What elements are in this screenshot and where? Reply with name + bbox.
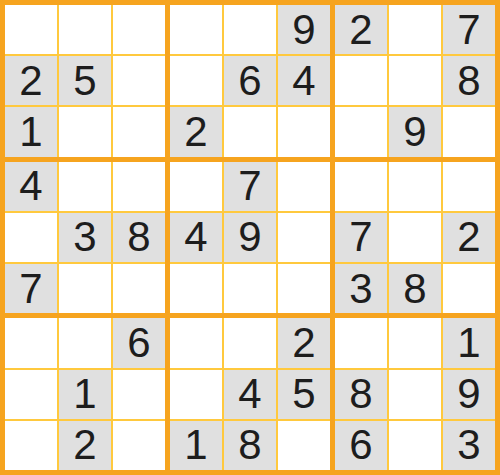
cell-r4-c7[interactable]	[335, 162, 387, 211]
cell-r1-c1[interactable]	[5, 5, 57, 54]
cell-r1-c6: 9	[278, 5, 330, 54]
cell-r5-c9: 2	[443, 213, 495, 262]
cell-r5-c7: 7	[335, 213, 387, 262]
cell-r5-c1[interactable]	[5, 213, 57, 262]
cell-r4-c3[interactable]	[113, 162, 165, 211]
cell-r8-c5: 4	[224, 370, 276, 419]
cell-r3-c7[interactable]	[335, 107, 387, 156]
cell-r5-c4: 4	[170, 213, 222, 262]
cell-r9-c1[interactable]	[5, 421, 57, 470]
cell-r8-c1[interactable]	[5, 370, 57, 419]
cell-r3-c8: 9	[389, 107, 441, 156]
box-3-3: 18963	[335, 318, 495, 470]
cell-r9-c9: 3	[443, 421, 495, 470]
cell-r1-c9: 7	[443, 5, 495, 54]
box-1-1: 251	[5, 5, 165, 157]
cell-r2-c5: 6	[224, 56, 276, 105]
cell-r8-c2: 1	[59, 370, 111, 419]
cell-r2-c1: 2	[5, 56, 57, 105]
cell-r9-c6[interactable]	[278, 421, 330, 470]
cell-r8-c4[interactable]	[170, 370, 222, 419]
box-2-1: 4387	[5, 162, 165, 314]
cell-r5-c3: 8	[113, 213, 165, 262]
sudoku-grid: 25196422789438774972386122451818963	[5, 5, 495, 470]
cell-r7-c3: 6	[113, 318, 165, 367]
cell-r7-c4[interactable]	[170, 318, 222, 367]
cell-r3-c1: 1	[5, 107, 57, 156]
box-3-2: 24518	[170, 318, 330, 470]
cell-r8-c3[interactable]	[113, 370, 165, 419]
cell-r1-c3[interactable]	[113, 5, 165, 54]
cell-r4-c5: 7	[224, 162, 276, 211]
cell-r6-c3[interactable]	[113, 264, 165, 313]
cell-r6-c9[interactable]	[443, 264, 495, 313]
box-1-3: 2789	[335, 5, 495, 157]
cell-r6-c8: 8	[389, 264, 441, 313]
cell-r8-c6: 5	[278, 370, 330, 419]
cell-r9-c8[interactable]	[389, 421, 441, 470]
cell-r6-c1: 7	[5, 264, 57, 313]
cell-r3-c2[interactable]	[59, 107, 111, 156]
cell-r5-c6[interactable]	[278, 213, 330, 262]
cell-r6-c2[interactable]	[59, 264, 111, 313]
box-3-1: 612	[5, 318, 165, 470]
cell-r7-c9: 1	[443, 318, 495, 367]
cell-r2-c8[interactable]	[389, 56, 441, 105]
cell-r9-c2: 2	[59, 421, 111, 470]
cell-r4-c8[interactable]	[389, 162, 441, 211]
cell-r8-c9: 9	[443, 370, 495, 419]
cell-r3-c4: 2	[170, 107, 222, 156]
cell-r9-c4: 1	[170, 421, 222, 470]
cell-r7-c7[interactable]	[335, 318, 387, 367]
cell-r5-c5: 9	[224, 213, 276, 262]
cell-r1-c7: 2	[335, 5, 387, 54]
box-1-2: 9642	[170, 5, 330, 157]
cell-r3-c6[interactable]	[278, 107, 330, 156]
cell-r2-c6: 4	[278, 56, 330, 105]
sudoku-board: 25196422789438774972386122451818963	[0, 0, 500, 475]
cell-r9-c7: 6	[335, 421, 387, 470]
cell-r1-c2[interactable]	[59, 5, 111, 54]
cell-r7-c5[interactable]	[224, 318, 276, 367]
cell-r4-c4[interactable]	[170, 162, 222, 211]
cell-r7-c2[interactable]	[59, 318, 111, 367]
cell-r6-c5[interactable]	[224, 264, 276, 313]
cell-r5-c2: 3	[59, 213, 111, 262]
cell-r4-c6[interactable]	[278, 162, 330, 211]
cell-r4-c9[interactable]	[443, 162, 495, 211]
cell-r8-c7: 8	[335, 370, 387, 419]
cell-r2-c7[interactable]	[335, 56, 387, 105]
cell-r7-c8[interactable]	[389, 318, 441, 367]
cell-r6-c7: 3	[335, 264, 387, 313]
cell-r3-c3[interactable]	[113, 107, 165, 156]
cell-r7-c6: 2	[278, 318, 330, 367]
cell-r9-c3[interactable]	[113, 421, 165, 470]
cell-r2-c3[interactable]	[113, 56, 165, 105]
cell-r7-c1[interactable]	[5, 318, 57, 367]
cell-r1-c8[interactable]	[389, 5, 441, 54]
cell-r4-c2[interactable]	[59, 162, 111, 211]
cell-r6-c6[interactable]	[278, 264, 330, 313]
cell-r5-c8[interactable]	[389, 213, 441, 262]
box-2-3: 7238	[335, 162, 495, 314]
cell-r9-c5: 8	[224, 421, 276, 470]
cell-r2-c9: 8	[443, 56, 495, 105]
cell-r4-c1: 4	[5, 162, 57, 211]
cell-r1-c5[interactable]	[224, 5, 276, 54]
cell-r8-c8[interactable]	[389, 370, 441, 419]
cell-r1-c4[interactable]	[170, 5, 222, 54]
cell-r2-c2: 5	[59, 56, 111, 105]
cell-r6-c4[interactable]	[170, 264, 222, 313]
box-2-2: 749	[170, 162, 330, 314]
cell-r3-c9[interactable]	[443, 107, 495, 156]
cell-r3-c5[interactable]	[224, 107, 276, 156]
cell-r2-c4[interactable]	[170, 56, 222, 105]
